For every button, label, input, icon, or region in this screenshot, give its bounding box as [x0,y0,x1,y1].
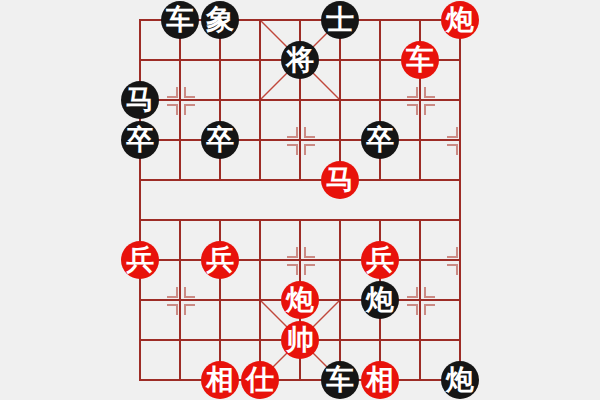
point-marker [167,304,178,315]
point-marker [304,247,315,258]
piece-red-horse[interactable]: 马 [321,161,359,199]
point-marker [407,287,418,298]
grid-line-vertical [259,19,261,181]
piece-red-general[interactable]: 帅 [281,321,319,359]
grid-line-vertical [139,19,141,381]
point-marker [447,247,458,258]
piece-black-elephant[interactable]: 象 [201,1,239,39]
piece-red-soldier[interactable]: 兵 [361,241,399,279]
piece-black-cannon[interactable]: 炮 [361,281,399,319]
point-marker [184,104,195,115]
point-marker [184,87,195,98]
piece-black-advisor[interactable]: 士 [321,1,359,39]
point-marker [447,144,458,155]
point-marker [424,287,435,298]
xiangqi-board[interactable]: 车象士炮将车马卒卒卒马兵兵兵炮炮帅相仕车相炮 [140,20,460,380]
piece-red-soldier[interactable]: 兵 [201,241,239,279]
point-marker [304,264,315,275]
point-marker [424,87,435,98]
point-marker [287,127,298,138]
grid-line-vertical [339,219,341,381]
grid-line-vertical [459,19,461,381]
piece-red-elephant[interactable]: 相 [361,361,399,399]
grid-line-vertical [339,19,341,181]
point-marker [424,304,435,315]
point-marker [304,144,315,155]
point-marker [167,104,178,115]
grid-line-vertical [259,219,261,381]
point-marker [447,264,458,275]
app-background: 车象士炮将车马卒卒卒马兵兵兵炮炮帅相仕车相炮 [0,0,600,400]
grid-line-vertical [179,219,181,381]
piece-black-soldier[interactable]: 卒 [121,121,159,159]
piece-red-cannon[interactable]: 炮 [441,1,479,39]
piece-black-soldier[interactable]: 卒 [201,121,239,159]
point-marker [287,144,298,155]
point-marker [407,104,418,115]
piece-black-general[interactable]: 将 [281,41,319,79]
piece-black-horse[interactable]: 马 [121,81,159,119]
piece-black-cannon[interactable]: 炮 [441,361,479,399]
piece-red-advisor[interactable]: 仕 [241,361,279,399]
grid-line-vertical [419,219,421,381]
point-marker [407,87,418,98]
piece-red-chariot[interactable]: 车 [401,41,439,79]
point-marker [304,127,315,138]
point-marker [184,304,195,315]
piece-red-elephant[interactable]: 相 [201,361,239,399]
point-marker [167,287,178,298]
piece-black-chariot[interactable]: 车 [321,361,359,399]
point-marker [184,287,195,298]
point-marker [167,87,178,98]
piece-red-cannon[interactable]: 炮 [281,281,319,319]
point-marker [407,304,418,315]
piece-black-chariot[interactable]: 车 [161,1,199,39]
point-marker [287,264,298,275]
piece-black-soldier[interactable]: 卒 [361,121,399,159]
piece-red-soldier[interactable]: 兵 [121,241,159,279]
grid-line-vertical [179,19,181,181]
point-marker [287,247,298,258]
point-marker [424,104,435,115]
point-marker [447,127,458,138]
